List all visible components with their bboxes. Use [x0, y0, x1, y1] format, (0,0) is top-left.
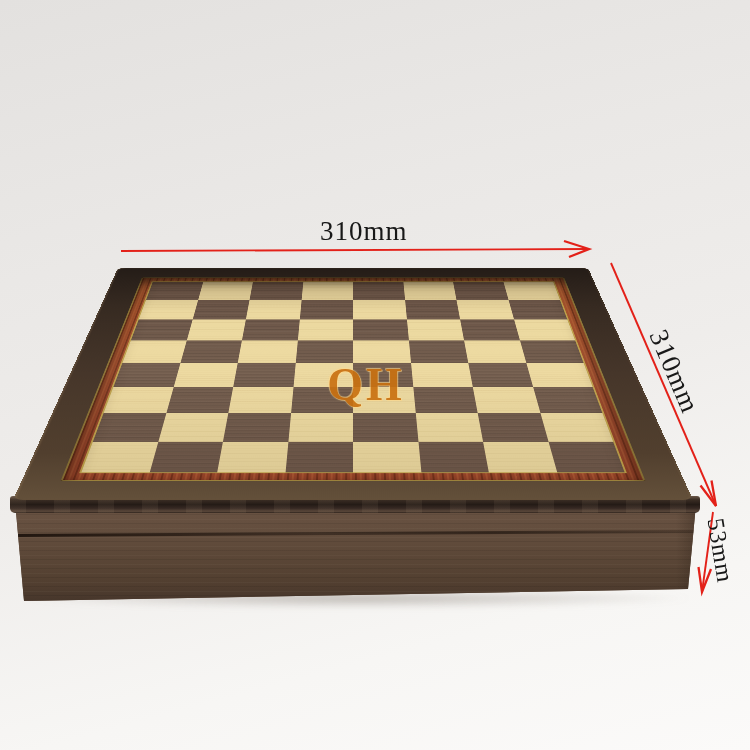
board-square-a2: [93, 413, 166, 441]
board-square-h4: [526, 363, 593, 387]
board-square-g1: [483, 441, 557, 472]
board-square-g3: [473, 387, 540, 413]
box-front-face: [10, 501, 702, 605]
width-dimension-label: 310mm: [320, 216, 406, 247]
board-square-b5: [180, 340, 242, 362]
board-square-a5: [123, 340, 187, 362]
board-square-g8: [453, 282, 508, 300]
board-square-a1: [81, 441, 158, 472]
board-square-h3: [533, 387, 603, 413]
board-square-b3: [166, 387, 233, 413]
board-square-c1: [217, 441, 288, 472]
board-square-g7: [456, 300, 513, 319]
depth-dimension-label: 310mm: [642, 323, 706, 420]
board-square-g5: [464, 340, 526, 362]
board-square-c7: [246, 300, 301, 319]
board-square-e6: [353, 319, 409, 340]
board-square-b6: [186, 319, 245, 340]
board-square-b2: [158, 413, 228, 441]
board-square-e7: [353, 300, 407, 319]
board-square-d7: [299, 300, 353, 319]
board-square-a6: [131, 319, 192, 340]
board-square-c3: [228, 387, 293, 413]
height-dimension-label: 53mm: [701, 513, 739, 588]
board-square-f1: [418, 441, 489, 472]
board-square-c5: [238, 340, 298, 362]
product-photo-stage: 310mm 310mm 53mm QH: [0, 0, 750, 750]
board-square-f7: [405, 300, 460, 319]
board-square-h7: [508, 300, 567, 319]
board-square-d1: [285, 441, 353, 472]
board-square-h1: [548, 441, 625, 472]
board-square-e8: [353, 282, 405, 300]
box-lid-seam: [14, 530, 696, 537]
board-square-a7: [139, 300, 198, 319]
board-square-b7: [192, 300, 249, 319]
board-square-b4: [173, 363, 237, 387]
board-square-g6: [460, 319, 519, 340]
board-square-h8: [503, 282, 560, 300]
board-square-h2: [540, 413, 613, 441]
board-square-f3: [413, 387, 478, 413]
board-square-d6: [297, 319, 353, 340]
board-square-a3: [104, 387, 174, 413]
board-square-c8: [250, 282, 303, 300]
board-square-d8: [301, 282, 353, 300]
board-square-f8: [403, 282, 456, 300]
board-square-g2: [478, 413, 548, 441]
board-square-h5: [520, 340, 584, 362]
board-square-d2: [288, 413, 353, 441]
board-square-a4: [113, 363, 180, 387]
box-right-edge-shade: [676, 501, 702, 605]
board-square-c2: [223, 413, 291, 441]
board-square-e1: [353, 441, 421, 472]
board-square-f2: [415, 413, 483, 441]
watermark: QH: [314, 358, 418, 411]
board-square-c6: [242, 319, 299, 340]
board-square-b1: [149, 441, 223, 472]
board-square-e2: [353, 413, 418, 441]
board-square-f6: [407, 319, 464, 340]
board-square-c4: [233, 363, 295, 387]
board-square-h6: [514, 319, 575, 340]
board-square-f4: [411, 363, 473, 387]
board-square-b8: [198, 282, 253, 300]
board-square-a8: [146, 282, 203, 300]
board-square-g4: [468, 363, 532, 387]
